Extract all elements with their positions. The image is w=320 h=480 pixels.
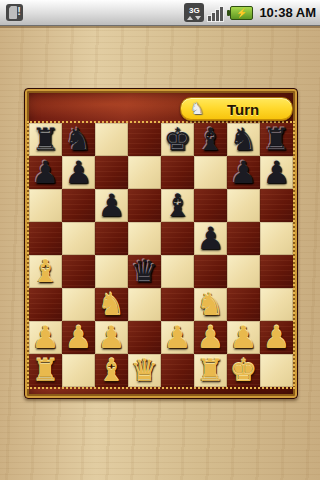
piece-black-knight: ♞ [65,123,93,156]
square-e8[interactable]: ♚ [161,123,194,156]
square-e3[interactable] [161,288,194,321]
phone-screen: ! 3G ⚡ 10:38 AM ♞ Turn ♜♞♚♝♞♜♟♟♟♟♟♝♟♝♛♞♞… [0,0,320,480]
square-g6[interactable] [227,189,260,222]
square-b7[interactable]: ♟ [62,156,95,189]
piece-white-pawn: ♟ [32,321,60,354]
square-e1[interactable] [161,354,194,387]
square-g2[interactable]: ♟ [227,321,260,354]
square-e5[interactable] [161,222,194,255]
square-g8[interactable]: ♞ [227,123,260,156]
square-h4[interactable] [260,255,293,288]
clock-text: 10:38 AM [259,5,316,20]
piece-white-bishop: ♝ [32,255,60,288]
square-b4[interactable] [62,255,95,288]
piece-black-pawn: ♟ [98,189,126,222]
battery-charging-icon: ⚡ [230,6,253,20]
square-f6[interactable] [194,189,227,222]
square-b2[interactable]: ♟ [62,321,95,354]
square-c6[interactable]: ♟ [95,189,128,222]
square-g1[interactable]: ♚ [227,354,260,387]
square-f7[interactable] [194,156,227,189]
network-arrows-icon [187,16,201,20]
square-h7[interactable]: ♟ [260,156,293,189]
chess-board-frame: ♞ Turn ♜♞♚♝♞♜♟♟♟♟♟♝♟♝♛♞♞♟♟♟♟♟♟♟♜♝♛♜♚ [24,88,298,399]
square-d5[interactable] [128,222,161,255]
piece-black-pawn: ♟ [32,156,60,189]
sim-alert-mark: ! [17,5,21,17]
square-c3[interactable]: ♞ [95,288,128,321]
square-d4[interactable]: ♛ [128,255,161,288]
piece-white-knight: ♞ [197,288,225,321]
piece-white-rook: ♜ [197,354,225,387]
square-h2[interactable]: ♟ [260,321,293,354]
signal-strength-icon [207,5,224,21]
square-f5[interactable]: ♟ [194,222,227,255]
piece-black-pawn: ♟ [197,222,225,255]
piece-black-pawn: ♟ [65,156,93,189]
battery-nub [227,10,230,16]
piece-black-rook: ♜ [263,123,291,156]
piece-white-pawn: ♟ [197,321,225,354]
piece-black-king: ♚ [164,123,192,156]
square-h8[interactable]: ♜ [260,123,293,156]
sim-card-alert-icon: ! [6,4,23,21]
square-f1[interactable]: ♜ [194,354,227,387]
square-e7[interactable] [161,156,194,189]
square-d3[interactable] [128,288,161,321]
square-a7[interactable]: ♟ [29,156,62,189]
square-f8[interactable]: ♝ [194,123,227,156]
square-c5[interactable] [95,222,128,255]
status-bar: ! 3G ⚡ 10:38 AM [0,0,320,26]
square-b5[interactable] [62,222,95,255]
piece-white-pawn: ♟ [230,321,258,354]
square-d7[interactable] [128,156,161,189]
square-b3[interactable] [62,288,95,321]
square-d1[interactable]: ♛ [128,354,161,387]
square-g5[interactable] [227,222,260,255]
square-c1[interactable]: ♝ [95,354,128,387]
square-g7[interactable]: ♟ [227,156,260,189]
piece-black-queen: ♛ [131,255,159,288]
piece-black-pawn: ♟ [263,156,291,189]
square-d2[interactable] [128,321,161,354]
turn-indicator: ♞ Turn [180,97,293,121]
square-b8[interactable]: ♞ [62,123,95,156]
square-d8[interactable] [128,123,161,156]
piece-black-pawn: ♟ [230,156,258,189]
square-e4[interactable] [161,255,194,288]
square-e6[interactable]: ♝ [161,189,194,222]
square-e2[interactable]: ♟ [161,321,194,354]
wood-edge-shadow [0,26,320,28]
square-b6[interactable] [62,189,95,222]
square-a4[interactable]: ♝ [29,255,62,288]
piece-white-bishop: ♝ [98,354,126,387]
square-c7[interactable] [95,156,128,189]
square-h1[interactable] [260,354,293,387]
square-f4[interactable] [194,255,227,288]
square-a5[interactable] [29,222,62,255]
square-h3[interactable] [260,288,293,321]
square-h5[interactable] [260,222,293,255]
piece-white-pawn: ♟ [263,321,291,354]
charging-bolt-icon: ⚡ [236,8,247,18]
square-c8[interactable] [95,123,128,156]
status-bar-notifications: ! [0,4,184,21]
sim-card-shape [9,6,17,19]
network-3g-label: 3G [189,6,200,15]
piece-black-rook: ♜ [32,123,60,156]
chess-board: ♜♞♚♝♞♜♟♟♟♟♟♝♟♝♛♞♞♟♟♟♟♟♟♟♜♝♛♜♚ [27,121,295,389]
piece-white-queen: ♛ [131,354,159,387]
square-f3[interactable]: ♞ [194,288,227,321]
square-g4[interactable] [227,255,260,288]
piece-white-knight: ♞ [98,288,126,321]
square-h6[interactable] [260,189,293,222]
piece-black-bishop: ♝ [197,123,225,156]
status-bar-indicators: 3G ⚡ 10:38 AM [184,3,320,22]
square-b1[interactable] [62,354,95,387]
square-a2[interactable]: ♟ [29,321,62,354]
square-g3[interactable] [227,288,260,321]
piece-white-king: ♚ [230,354,258,387]
piece-white-rook: ♜ [32,354,60,387]
white-knight-icon: ♞ [190,101,204,117]
square-c2[interactable]: ♟ [95,321,128,354]
turn-label: Turn [204,101,292,118]
piece-black-knight: ♞ [230,123,258,156]
square-c4[interactable] [95,255,128,288]
piece-white-pawn: ♟ [164,321,192,354]
square-a3[interactable] [29,288,62,321]
square-f2[interactable]: ♟ [194,321,227,354]
piece-white-pawn: ♟ [98,321,126,354]
square-a6[interactable] [29,189,62,222]
piece-black-bishop: ♝ [164,189,192,222]
square-a1[interactable]: ♜ [29,354,62,387]
square-d6[interactable] [128,189,161,222]
network-3g-icon: 3G [184,3,204,22]
piece-white-pawn: ♟ [65,321,93,354]
square-a8[interactable]: ♜ [29,123,62,156]
